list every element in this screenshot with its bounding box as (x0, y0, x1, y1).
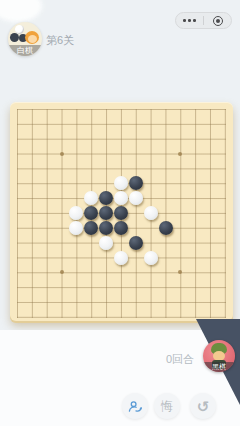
black-stone (84, 206, 98, 220)
white-stone (114, 191, 128, 205)
game-board[interactable] (10, 102, 233, 321)
share-help-button[interactable] (122, 393, 148, 419)
white-stone (84, 191, 98, 205)
black-stone (114, 206, 128, 220)
black-stone (99, 191, 113, 205)
exit-button[interactable] (204, 13, 231, 28)
mini-program-capsule (175, 12, 232, 29)
white-stone (144, 206, 158, 220)
white-stone (69, 221, 83, 235)
white-player-avatar: 白棋 (8, 22, 42, 56)
person-arrow-icon (128, 399, 143, 414)
black-stone (114, 221, 128, 235)
white-stone (99, 236, 113, 250)
undo-label: 悔 (161, 398, 173, 415)
black-stone (159, 221, 173, 235)
star-point (60, 152, 64, 156)
restart-icon: ↺ (197, 399, 210, 414)
restart-button[interactable]: ↺ (190, 393, 216, 419)
black-stone (99, 206, 113, 220)
white-stone (144, 251, 158, 265)
level-label: 第6关 (46, 33, 74, 48)
black-stone (129, 236, 143, 250)
exit-circle-icon (213, 16, 223, 26)
white-stone (114, 251, 128, 265)
star-point (60, 270, 64, 274)
undo-button[interactable]: 悔 (154, 393, 180, 419)
app-screen: 白棋 第6关 0回合 黑棋 悔 ↺ (0, 0, 240, 426)
more-options-button[interactable] (176, 13, 203, 28)
black-stone (129, 176, 143, 190)
white-stone (69, 206, 83, 220)
star-point (178, 152, 182, 156)
board-grid[interactable] (17, 109, 226, 318)
white-stone (129, 191, 143, 205)
black-stone (99, 221, 113, 235)
more-options-icon (183, 19, 196, 22)
character-face-icon (28, 35, 37, 43)
black-stone-icon (10, 33, 19, 42)
cloud-decoration (0, 0, 42, 22)
white-stone (114, 176, 128, 190)
black-player-avatar: 黑棋 (203, 340, 235, 372)
black-stone (84, 221, 98, 235)
star-point (178, 270, 182, 274)
white-player-label: 白棋 (8, 45, 42, 56)
